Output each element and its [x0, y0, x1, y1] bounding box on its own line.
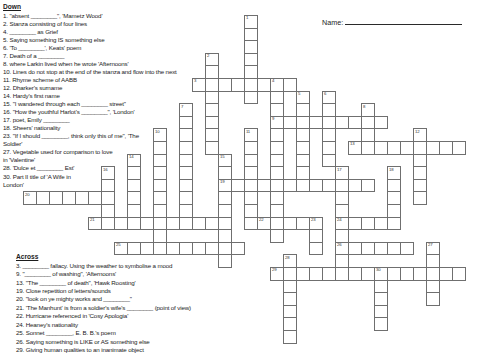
- grid-cell[interactable]: [400, 267, 414, 281]
- grid-cell[interactable]: [387, 267, 401, 281]
- grid-cell[interactable]: 4: [270, 78, 284, 92]
- grid-cell[interactable]: [179, 179, 193, 193]
- grid-cell[interactable]: [309, 242, 323, 256]
- grid-cell[interactable]: [335, 191, 349, 205]
- clue-line: 29. Giving human qualities to an inanima…: [16, 346, 191, 354]
- grid-cell[interactable]: [348, 242, 362, 256]
- grid-cell[interactable]: [270, 204, 284, 218]
- grid-cell[interactable]: [296, 103, 310, 117]
- clue-line: Soldier': [3, 140, 177, 148]
- grid-cell[interactable]: [452, 267, 466, 281]
- grid-cell[interactable]: [205, 242, 219, 256]
- grid-cell[interactable]: [322, 179, 336, 193]
- name-field: Name:: [322, 17, 462, 27]
- clue-line: 25. Sonnet ________, E. B. B.'s poem: [16, 329, 191, 337]
- clue-line: 17. poet, Emily ________: [3, 116, 177, 124]
- grid-cell[interactable]: [387, 204, 401, 218]
- grid-cell[interactable]: [335, 267, 349, 281]
- clue-line: London': [3, 181, 177, 189]
- grid-cell[interactable]: [348, 179, 362, 193]
- cell-number: 4: [272, 79, 274, 84]
- grid-cell[interactable]: 5: [296, 91, 310, 105]
- grid-cell[interactable]: [374, 317, 388, 331]
- grid-cell[interactable]: 13: [348, 141, 362, 155]
- grid-cell[interactable]: [400, 242, 414, 256]
- grid-cell[interactable]: [283, 78, 297, 92]
- grid-cell[interactable]: [426, 254, 440, 268]
- grid-cell[interactable]: [361, 141, 375, 155]
- grid-cell[interactable]: [413, 267, 427, 281]
- clue-line: 20. "look on ye mighty works and _______…: [16, 295, 191, 303]
- clue-line: in 'Valentine': [3, 156, 177, 164]
- grid-cell[interactable]: [231, 242, 245, 256]
- grid-cell[interactable]: 7: [179, 103, 193, 117]
- grid-cell[interactable]: [244, 141, 258, 155]
- across-clues-section: Across 3. ________ fallacy. Using the we…: [16, 253, 191, 354]
- grid-cell[interactable]: [374, 305, 388, 319]
- grid-cell[interactable]: [348, 217, 362, 231]
- cell-number: 12: [415, 130, 419, 135]
- grid-cell[interactable]: [283, 330, 297, 344]
- grid-cell[interactable]: 8: [361, 103, 375, 117]
- cell-number: 15: [220, 155, 224, 160]
- grid-cell[interactable]: [244, 166, 258, 180]
- grid-cell[interactable]: [244, 40, 258, 54]
- cell-number: 24: [337, 218, 341, 223]
- cell-number: 9: [272, 117, 274, 122]
- grid-cell[interactable]: 24: [335, 217, 349, 231]
- cell-number: 25: [116, 243, 120, 248]
- cell-number: 3: [194, 79, 196, 84]
- grid-cell[interactable]: [387, 191, 401, 205]
- grid-cell[interactable]: [192, 217, 206, 231]
- grid-cell[interactable]: [179, 217, 193, 231]
- clue-line: 23. "If I should ________, think only th…: [3, 132, 177, 140]
- grid-cell[interactable]: [283, 292, 297, 306]
- grid-cell[interactable]: [270, 217, 284, 231]
- grid-cell[interactable]: [361, 267, 375, 281]
- grid-cell[interactable]: [361, 179, 375, 193]
- grid-cell[interactable]: [179, 191, 193, 205]
- grid-cell[interactable]: [374, 141, 388, 155]
- grid-cell[interactable]: [413, 179, 427, 193]
- grid-cell[interactable]: [244, 53, 258, 67]
- cell-number: 27: [428, 243, 432, 248]
- clue-line: 9. "________ of washing", 'Afternoons': [16, 270, 191, 278]
- grid-cell[interactable]: [374, 116, 388, 130]
- grid-cell[interactable]: [192, 242, 206, 256]
- grid-cell[interactable]: [309, 229, 323, 243]
- grid-cell[interactable]: 11: [244, 128, 258, 142]
- grid-cell[interactable]: 30: [374, 267, 388, 281]
- grid-cell[interactable]: [387, 179, 401, 193]
- grid-cell[interactable]: [296, 141, 310, 155]
- grid-cell[interactable]: [270, 229, 284, 243]
- grid-cell[interactable]: [127, 217, 141, 231]
- clue-line: 13. "The ________ of death", 'Hawk Roost…: [16, 279, 191, 287]
- grid-cell[interactable]: [270, 166, 284, 180]
- grid-cell[interactable]: [153, 204, 167, 218]
- grid-cell[interactable]: [322, 141, 336, 155]
- grid-cell[interactable]: [335, 204, 349, 218]
- clue-line: 15. "I wandered through each ________ st…: [3, 100, 177, 108]
- grid-cell[interactable]: [322, 154, 336, 168]
- clue-line: 26. Saying something is LIKE or AS somet…: [16, 338, 191, 346]
- across-clue-list: 3. ________ fallacy. Using the weather t…: [16, 262, 191, 354]
- grid-cell[interactable]: [270, 91, 284, 105]
- clue-line: 4. ________ as Grief: [3, 28, 177, 36]
- grid-cell[interactable]: [205, 103, 219, 117]
- grid-cell[interactable]: [244, 28, 258, 42]
- clue-line: 19. Close repetition of letters/sounds: [16, 287, 191, 295]
- grid-cell[interactable]: 23: [309, 217, 323, 231]
- cell-number: 6: [324, 92, 326, 97]
- cell-number: 28: [285, 256, 289, 261]
- grid-cell[interactable]: [231, 179, 245, 193]
- cell-number: 22: [259, 218, 263, 223]
- cell-number: 20: [25, 193, 29, 198]
- grid-cell[interactable]: 28: [283, 254, 297, 268]
- cell-number: 2: [207, 54, 209, 59]
- grid-cell[interactable]: 12: [413, 128, 427, 142]
- grid-cell[interactable]: 6: [322, 91, 336, 105]
- grid-cell[interactable]: 29: [270, 267, 284, 281]
- clue-line: 16. "How the youthful Harlot's ________"…: [3, 108, 177, 116]
- cell-number: 11: [246, 130, 250, 135]
- clue-line: 5. Saying something IS something else: [3, 36, 177, 44]
- cell-number: 29: [272, 268, 276, 273]
- cell-number: 23: [311, 218, 315, 223]
- grid-cell[interactable]: [439, 141, 453, 155]
- grid-cell[interactable]: [218, 254, 232, 268]
- down-clue-list: 1. "absent ________", 'Mametz Wood'2. St…: [3, 12, 177, 189]
- cell-number: 8: [363, 105, 365, 110]
- clue-line: 21. 'The Manhunt' is from a soldier's wi…: [16, 304, 191, 312]
- grid-cell[interactable]: [205, 128, 219, 142]
- grid-cell[interactable]: [348, 267, 362, 281]
- clue-line: 2. Stanza consisting of four lines: [3, 20, 177, 28]
- grid-cell[interactable]: [244, 191, 258, 205]
- grid-cell[interactable]: [439, 267, 453, 281]
- grid-cell[interactable]: [296, 267, 310, 281]
- grid-cell[interactable]: [205, 141, 219, 155]
- grid-cell[interactable]: [426, 267, 440, 281]
- grid-cell[interactable]: [322, 128, 336, 142]
- grid-cell[interactable]: [361, 128, 375, 142]
- grid-cell[interactable]: [413, 191, 427, 205]
- grid-cell[interactable]: [283, 305, 297, 319]
- down-header: Down: [3, 3, 177, 10]
- grid-cell[interactable]: [179, 128, 193, 142]
- clue-line: 3. ________ fallacy. Using the weather t…: [16, 262, 191, 270]
- grid-cell[interactable]: [270, 103, 284, 117]
- grid-cell[interactable]: [283, 280, 297, 294]
- clue-line: 8. where Larkin lived when he wrote 'Aft…: [3, 60, 177, 68]
- cell-number: 19: [220, 180, 224, 185]
- grid-cell[interactable]: [309, 267, 323, 281]
- grid-cell[interactable]: [244, 179, 258, 193]
- grid-cell[interactable]: [218, 217, 232, 231]
- grid-cell[interactable]: [296, 179, 310, 193]
- grid-cell[interactable]: [283, 116, 297, 130]
- grid-cell[interactable]: [413, 154, 427, 168]
- grid-cell[interactable]: [309, 116, 323, 130]
- grid-cell[interactable]: 21: [88, 217, 102, 231]
- grid-cell[interactable]: [270, 141, 284, 155]
- grid-cell[interactable]: [218, 191, 232, 205]
- clue-line: 7. Death of a ________: [3, 52, 177, 60]
- clue-line: 1. "absent ________", 'Mametz Wood': [3, 12, 177, 20]
- grid-cell[interactable]: [348, 116, 362, 130]
- grid-cell[interactable]: [205, 65, 219, 79]
- grid-cell[interactable]: [179, 116, 193, 130]
- clue-line: 28. 'Dulce et ________ Est': [3, 164, 177, 172]
- grid-cell[interactable]: [36, 191, 50, 205]
- grid-cell[interactable]: [387, 242, 401, 256]
- grid-cell[interactable]: [322, 103, 336, 117]
- grid-cell[interactable]: [205, 91, 219, 105]
- grid-cell[interactable]: 26: [335, 242, 349, 256]
- grid-cell[interactable]: [374, 280, 388, 294]
- grid-cell[interactable]: [218, 78, 232, 92]
- grid-cell[interactable]: [49, 191, 63, 205]
- clue-line: 6. 'To ________', Keats' poem: [3, 44, 177, 52]
- grid-cell[interactable]: [127, 191, 141, 205]
- grid-cell[interactable]: [296, 154, 310, 168]
- cell-number: 5: [298, 92, 300, 97]
- grid-cell[interactable]: [387, 141, 401, 155]
- grid-cell[interactable]: [127, 204, 141, 218]
- grid-cell[interactable]: [140, 217, 154, 231]
- clue-line: 24. Heaney's nationality: [16, 321, 191, 329]
- grid-cell[interactable]: [283, 217, 297, 231]
- grid-cell[interactable]: [153, 217, 167, 231]
- grid-cell[interactable]: [179, 204, 193, 218]
- grid-cell[interactable]: [426, 292, 440, 306]
- grid-cell[interactable]: [387, 217, 401, 231]
- grid-cell[interactable]: [322, 116, 336, 130]
- grid-cell[interactable]: [244, 217, 258, 231]
- worksheet: 1234956781011121314151916172426182021222…: [0, 0, 500, 354]
- grid-cell[interactable]: [296, 217, 310, 231]
- grid-cell[interactable]: [374, 292, 388, 306]
- grid-cell[interactable]: [88, 191, 102, 205]
- grid-cell[interactable]: [296, 166, 310, 180]
- grid-cell[interactable]: [153, 229, 167, 243]
- grid-cell[interactable]: [101, 191, 115, 205]
- grid-cell[interactable]: [270, 179, 284, 193]
- grid-cell[interactable]: [179, 154, 193, 168]
- grid-cell[interactable]: 19: [218, 179, 232, 193]
- grid-cell[interactable]: 20: [23, 191, 37, 205]
- grid-cell[interactable]: [231, 78, 245, 92]
- grid-cell[interactable]: [244, 78, 258, 92]
- grid-cell[interactable]: [283, 267, 297, 281]
- grid-cell[interactable]: [153, 191, 167, 205]
- grid-cell[interactable]: 17: [335, 166, 349, 180]
- grid-cell[interactable]: [270, 128, 284, 142]
- grid-cell[interactable]: [166, 217, 180, 231]
- grid-cell[interactable]: [413, 141, 427, 155]
- grid-cell[interactable]: [218, 166, 232, 180]
- grid-cell[interactable]: [270, 191, 284, 205]
- clue-line: 12. Dharker's surname: [3, 84, 177, 92]
- grid-cell[interactable]: 2: [205, 53, 219, 67]
- grid-cell[interactable]: [244, 91, 258, 105]
- grid-cell[interactable]: 27: [426, 242, 440, 256]
- grid-cell[interactable]: 9: [270, 116, 284, 130]
- grid-cell[interactable]: [335, 254, 349, 268]
- grid-cell[interactable]: [205, 78, 219, 92]
- down-clues-section: Down 1. "absent ________", 'Mametz Wood'…: [3, 3, 177, 189]
- grid-cell[interactable]: [218, 229, 232, 243]
- grid-cell[interactable]: [335, 116, 349, 130]
- grid-cell[interactable]: [309, 179, 323, 193]
- grid-cell[interactable]: [75, 191, 89, 205]
- grid-cell[interactable]: [283, 317, 297, 331]
- cell-number: 7: [181, 105, 183, 110]
- clue-line: 30. Part II title of 'A Wife in: [3, 173, 177, 181]
- grid-cell[interactable]: [205, 217, 219, 231]
- name-blank-line[interactable]: [345, 17, 462, 25]
- grid-cell[interactable]: [335, 229, 349, 243]
- grid-cell[interactable]: [270, 154, 284, 168]
- grid-cell[interactable]: [218, 204, 232, 218]
- cell-number: 13: [350, 142, 354, 147]
- cell-number: 1: [246, 16, 248, 21]
- grid-cell[interactable]: [101, 204, 115, 218]
- cell-number: 17: [337, 168, 341, 173]
- grid-cell[interactable]: [452, 141, 466, 155]
- grid-cell[interactable]: [179, 166, 193, 180]
- grid-cell[interactable]: [257, 78, 271, 92]
- cell-number: 30: [376, 268, 380, 273]
- name-label: Name:: [322, 18, 343, 27]
- grid-cell[interactable]: [218, 242, 232, 256]
- grid-cell[interactable]: [361, 242, 375, 256]
- grid-cell[interactable]: [179, 141, 193, 155]
- grid-cell[interactable]: 22: [257, 217, 271, 231]
- grid-cell[interactable]: [244, 154, 258, 168]
- grid-cell[interactable]: 18: [387, 166, 401, 180]
- grid-cell[interactable]: [244, 204, 258, 218]
- grid-cell[interactable]: [205, 116, 219, 130]
- cell-number: 21: [90, 218, 94, 223]
- grid-cell[interactable]: 3: [192, 78, 206, 92]
- grid-cell[interactable]: [426, 280, 440, 294]
- grid-cell[interactable]: [322, 267, 336, 281]
- grid-cell[interactable]: 15: [218, 154, 232, 168]
- grid-cell[interactable]: [400, 141, 414, 155]
- grid-cell[interactable]: [374, 217, 388, 231]
- clue-line: 14. Hardy's first name: [3, 92, 177, 100]
- grid-cell[interactable]: [426, 141, 440, 155]
- grid-cell[interactable]: [244, 65, 258, 79]
- grid-cell[interactable]: [62, 191, 76, 205]
- clue-line: 11. Rhyme scheme of AABB: [3, 76, 177, 84]
- grid-cell[interactable]: [114, 217, 128, 231]
- cell-number: 26: [337, 243, 341, 248]
- across-header: Across: [16, 253, 191, 260]
- clue-line: 10. Lines do not stop at the end of the …: [3, 68, 177, 76]
- grid-cell[interactable]: [101, 217, 115, 231]
- grid-cell[interactable]: [257, 179, 271, 193]
- grid-cell[interactable]: [335, 179, 349, 193]
- grid-cell[interactable]: [283, 179, 297, 193]
- clue-line: 18. Sheers' nationality: [3, 124, 177, 132]
- grid-cell[interactable]: 1: [244, 15, 258, 29]
- grid-cell[interactable]: [296, 128, 310, 142]
- grid-cell[interactable]: [413, 166, 427, 180]
- cell-number: 18: [389, 168, 393, 173]
- grid-cell[interactable]: [361, 217, 375, 231]
- grid-cell[interactable]: [361, 116, 375, 130]
- grid-cell[interactable]: [374, 242, 388, 256]
- clue-line: 22. Hurricane referenced in 'Cosy Apolog…: [16, 312, 191, 320]
- clue-line: 27. Vegetable used for comparison to lov…: [3, 148, 177, 156]
- grid-cell[interactable]: [296, 116, 310, 130]
